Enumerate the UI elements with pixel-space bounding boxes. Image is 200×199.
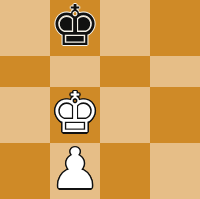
board-square-r1c2[interactable] [100, 56, 150, 87]
board-square-r2c0[interactable] [0, 87, 50, 143]
chess-board: ♚♚♟ [0, 0, 200, 199]
board-square-r2c1[interactable]: ♚ [50, 87, 100, 143]
board-square-r2c2[interactable] [100, 87, 150, 143]
board-square-r2c3[interactable] [150, 87, 200, 143]
board-square-r1c3[interactable] [150, 56, 200, 87]
board-square-r0c2[interactable] [100, 0, 150, 56]
board-square-r3c2[interactable] [100, 143, 150, 199]
board-square-r3c0[interactable] [0, 143, 50, 199]
board-square-r3c3[interactable] [150, 143, 200, 199]
chess-diagram: ♚♚♟ [0, 0, 200, 199]
white-pawn[interactable]: ♟ [50, 141, 100, 197]
board-square-r0c1[interactable]: ♚ [50, 0, 100, 56]
board-square-r3c1[interactable]: ♟ [50, 143, 100, 199]
board-square-r1c0[interactable] [0, 56, 50, 87]
board-square-r0c0[interactable] [0, 0, 50, 56]
black-king[interactable]: ♚ [50, 0, 100, 54]
board-square-r0c3[interactable] [150, 0, 200, 56]
white-king[interactable]: ♚ [50, 85, 100, 141]
